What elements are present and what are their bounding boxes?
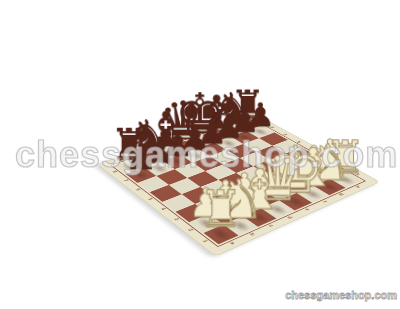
piece-black-pawn-a7: ♟	[125, 139, 157, 175]
chess-set-product-photo: hgfedcba hgfedcba 87654321 87654321 ♜♟♟♜…	[0, 0, 400, 309]
watermark-shop-name: chessgameshop.com	[285, 289, 397, 301]
piece-white-rook-a1: ♜	[199, 184, 244, 234]
board-squares: ♜♟♟♜♞♟♟♞♝♟♟♝♚♟♟♚♛♟♟♛♝♟♟♝♞♟♟♞♜♟♟♜	[114, 119, 361, 245]
chess-board: hgfedcba hgfedcba 87654321 87654321 ♜♟♟♜…	[97, 112, 381, 257]
